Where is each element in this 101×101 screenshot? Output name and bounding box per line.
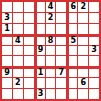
cell-r2c2[interactable]	[13, 13, 23, 23]
cell-r3c2[interactable]	[13, 24, 23, 34]
cell-r4c4[interactable]	[35, 35, 45, 45]
cell-r6c6[interactable]	[56, 56, 66, 66]
cell-r8c3[interactable]	[24, 78, 34, 88]
cell-r6c2[interactable]	[13, 56, 23, 66]
cell-r9c1[interactable]	[2, 89, 12, 99]
cell-r6c7[interactable]	[67, 56, 77, 66]
cell-r1c4[interactable]	[35, 2, 45, 12]
cell-r3c4[interactable]	[35, 24, 45, 34]
cell-r9c5[interactable]	[46, 89, 56, 99]
cell-r8c7[interactable]	[67, 78, 77, 88]
cell-r2c3[interactable]	[24, 13, 34, 23]
cell-r9c2[interactable]	[13, 89, 23, 99]
cell-r5c3[interactable]	[24, 46, 34, 56]
cell-r8c1[interactable]	[2, 78, 12, 88]
cell-r7c2[interactable]	[13, 67, 23, 77]
cell-r2c7[interactable]	[67, 13, 77, 23]
cell-r5c2[interactable]	[13, 46, 23, 56]
cell-r5c7[interactable]	[67, 46, 77, 56]
cell-r8c4[interactable]	[35, 78, 45, 88]
cell-r7c5[interactable]	[46, 67, 56, 77]
cell-r9c4[interactable]: 3	[35, 89, 45, 99]
cell-r8c9[interactable]	[89, 78, 99, 88]
cell-r4c3[interactable]	[24, 35, 34, 45]
cell-r7c8[interactable]	[78, 67, 88, 77]
cell-r2c1[interactable]: 3	[2, 13, 12, 23]
cell-r7c1[interactable]: 9	[2, 67, 12, 77]
cell-r1c3[interactable]	[24, 2, 34, 12]
cell-r4c5[interactable]: 8	[46, 35, 56, 45]
cell-r7c9[interactable]	[89, 67, 99, 77]
cell-r3c7[interactable]	[67, 24, 77, 34]
cell-r4c8[interactable]	[78, 35, 88, 45]
cell-r7c6[interactable]: 7	[56, 67, 66, 77]
cell-r2c8[interactable]	[78, 13, 88, 23]
cell-r5c9[interactable]: 3	[89, 46, 99, 56]
cell-r2c9[interactable]	[89, 13, 99, 23]
cell-r3c3[interactable]	[24, 24, 34, 34]
cell-r5c1[interactable]	[2, 46, 12, 56]
cell-r1c6[interactable]	[56, 2, 66, 12]
cell-r3c9[interactable]	[89, 24, 99, 34]
cell-r9c7[interactable]	[67, 89, 77, 99]
cell-r9c3[interactable]	[24, 89, 34, 99]
cell-r2c5[interactable]: 2	[46, 13, 56, 23]
cell-r5c5[interactable]	[46, 46, 56, 56]
cell-r4c2[interactable]: 4	[13, 35, 23, 45]
cell-r6c8[interactable]	[78, 56, 88, 66]
cell-r1c2[interactable]	[13, 2, 23, 12]
cell-r1c9[interactable]	[89, 2, 99, 12]
cell-r4c9[interactable]	[89, 35, 99, 45]
cell-r7c3[interactable]	[24, 67, 34, 77]
cell-r4c7[interactable]: 5	[67, 35, 77, 45]
cell-r8c5[interactable]	[46, 78, 56, 88]
cell-r4c6[interactable]	[56, 35, 66, 45]
cell-r2c6[interactable]	[56, 13, 66, 23]
cell-r8c8[interactable]: 6	[78, 78, 88, 88]
cell-r6c5[interactable]	[46, 56, 56, 66]
cell-r8c6[interactable]	[56, 78, 66, 88]
cell-r9c6[interactable]	[56, 89, 66, 99]
cell-r7c7[interactable]	[67, 67, 77, 77]
cell-r8c2[interactable]: 2	[13, 78, 23, 88]
cell-r5c4[interactable]: 9	[35, 46, 45, 56]
cell-r5c8[interactable]	[78, 46, 88, 56]
cell-r6c4[interactable]	[35, 56, 45, 66]
sudoku-board: 46232148593917263	[0, 0, 101, 101]
cell-r1c7[interactable]: 6	[67, 2, 77, 12]
cell-r6c1[interactable]	[2, 56, 12, 66]
cell-r9c9[interactable]	[89, 89, 99, 99]
cell-r3c1[interactable]: 1	[2, 24, 12, 34]
cell-r7c4[interactable]: 1	[35, 67, 45, 77]
cell-r3c5[interactable]	[46, 24, 56, 34]
cell-r3c6[interactable]	[56, 24, 66, 34]
cell-r3c8[interactable]	[78, 24, 88, 34]
cell-r1c5[interactable]: 4	[46, 2, 56, 12]
cell-r4c1[interactable]	[2, 35, 12, 45]
cell-r2c4[interactable]	[35, 13, 45, 23]
cell-r1c8[interactable]: 2	[78, 2, 88, 12]
cell-r5c6[interactable]	[56, 46, 66, 56]
cell-r6c3[interactable]	[24, 56, 34, 66]
cell-r9c8[interactable]	[78, 89, 88, 99]
cell-r6c9[interactable]	[89, 56, 99, 66]
cell-r1c1[interactable]	[2, 2, 12, 12]
